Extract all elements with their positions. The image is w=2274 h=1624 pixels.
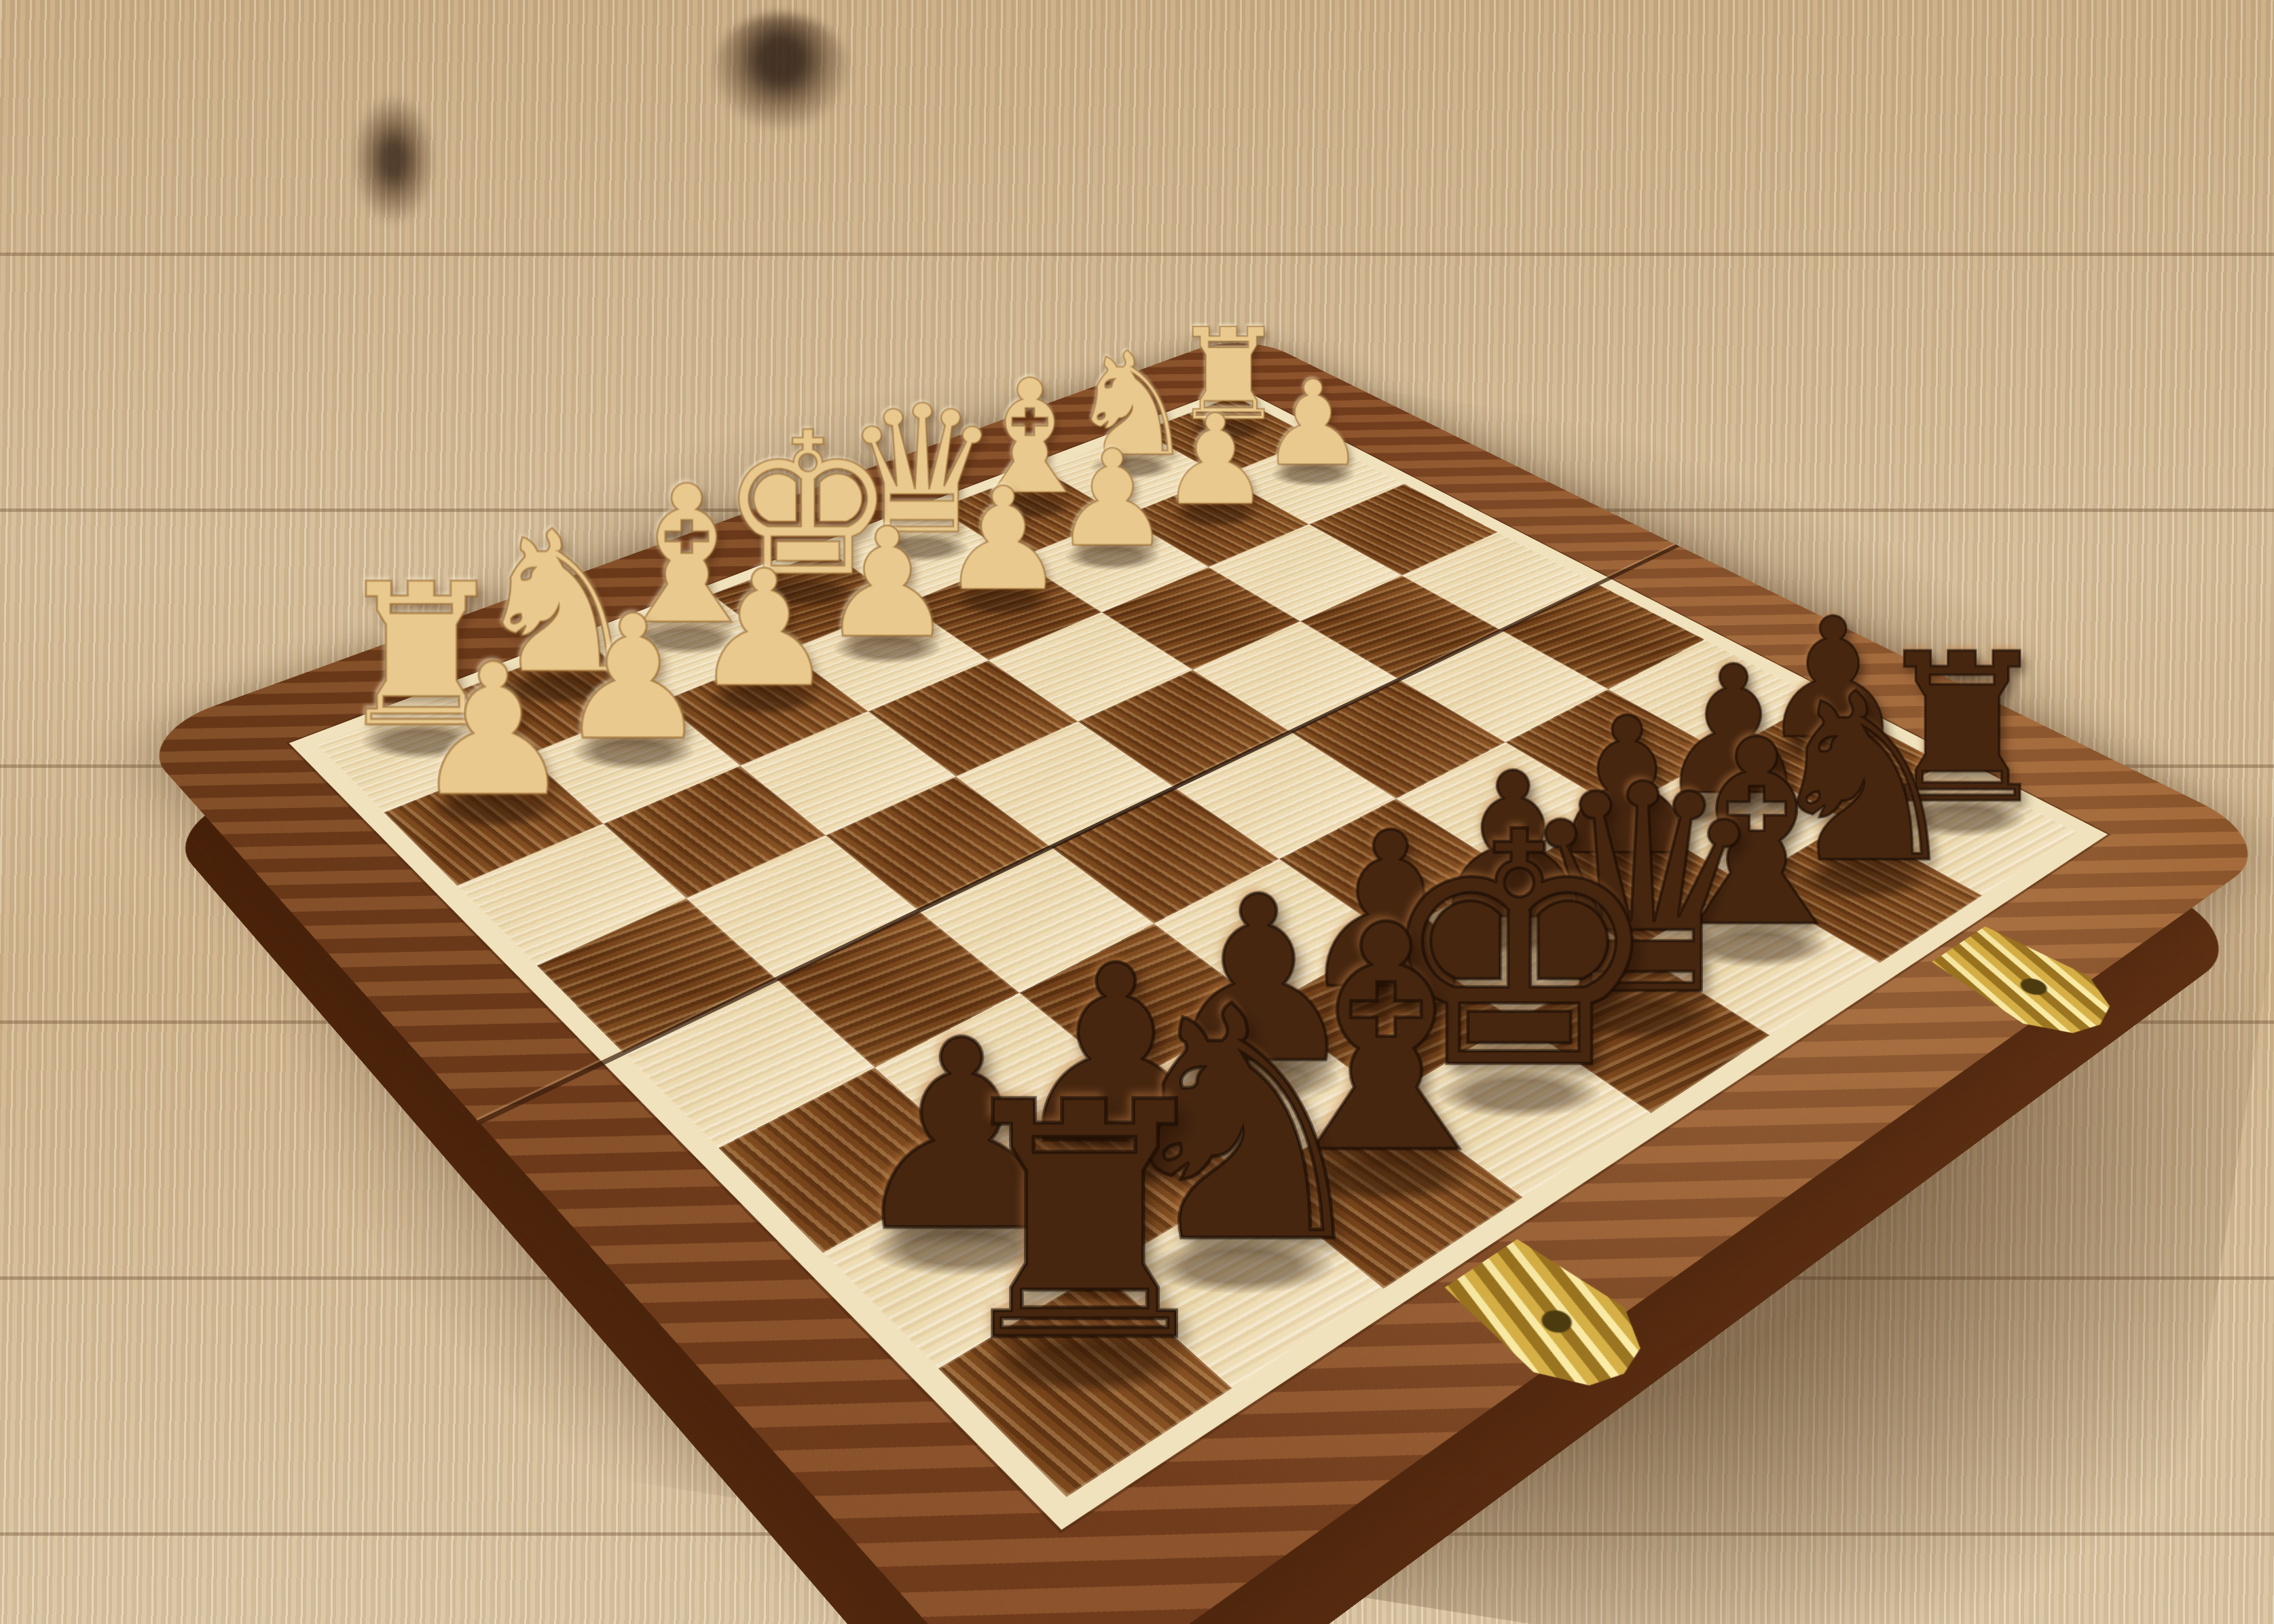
white-pawn[interactable]: ♟	[940, 473, 1067, 608]
white-pawn[interactable]: ♟	[1052, 437, 1172, 563]
brass-latch-bottom	[1435, 1233, 1669, 1407]
floor-knot	[713, 14, 849, 129]
white-pawn[interactable]: ♟	[1260, 369, 1365, 480]
black-rook[interactable]: ♜	[938, 1069, 1230, 1378]
square-h8[interactable]: ♜	[938, 1271, 1232, 1497]
white-pawn[interactable]: ♟	[411, 645, 575, 818]
scene: ♜♞♝♛♚♝♞♜♟♟♟♟♟♟♟♟♟♟♟♟♟♟♟♟♜♞♝♛♚♝♞♜	[0, 0, 2274, 1624]
white-pawn[interactable]: ♟	[1159, 401, 1271, 520]
white-pawn[interactable]: ♟	[556, 597, 710, 760]
white-pawn[interactable]: ♟	[692, 553, 836, 706]
square-f3[interactable]	[740, 712, 956, 836]
white-pawn[interactable]: ♟	[820, 512, 955, 655]
brass-latch-right	[1925, 922, 2133, 1049]
square-h2[interactable]: ♟	[384, 755, 603, 886]
floor-knot	[353, 95, 435, 224]
square-b4[interactable]	[1300, 576, 1501, 680]
